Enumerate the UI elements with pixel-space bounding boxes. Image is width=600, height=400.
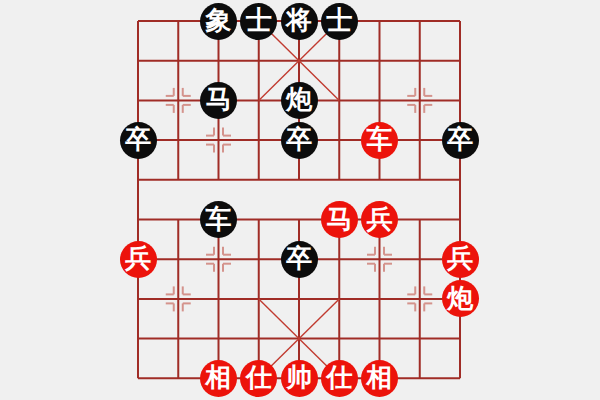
piece-glyph: 兵 bbox=[447, 245, 473, 271]
piece-glyph: 象 bbox=[206, 7, 232, 33]
piece-black-soldier[interactable]: 卒 bbox=[442, 122, 479, 159]
piece-glyph: 兵 bbox=[367, 206, 393, 232]
piece-red-horse[interactable]: 马 bbox=[321, 201, 358, 238]
piece-glyph: 卒 bbox=[286, 126, 312, 152]
piece-glyph: 车 bbox=[206, 206, 232, 232]
piece-red-chariot[interactable]: 车 bbox=[361, 122, 398, 159]
piece-red-soldier[interactable]: 兵 bbox=[120, 241, 157, 278]
piece-glyph: 马 bbox=[326, 206, 352, 232]
piece-red-soldier[interactable]: 兵 bbox=[442, 241, 479, 278]
piece-glyph: 兵 bbox=[125, 245, 151, 271]
piece-glyph: 相 bbox=[206, 364, 232, 390]
piece-black-soldier[interactable]: 卒 bbox=[281, 122, 318, 159]
piece-glyph: 卒 bbox=[286, 245, 312, 271]
piece-red-elephant[interactable]: 相 bbox=[361, 360, 398, 397]
piece-black-advisor[interactable]: 士 bbox=[240, 3, 277, 40]
piece-red-general[interactable]: 帅 bbox=[281, 360, 318, 397]
piece-glyph: 帅 bbox=[286, 364, 312, 390]
piece-red-advisor[interactable]: 仕 bbox=[240, 360, 277, 397]
piece-glyph: 炮 bbox=[447, 285, 473, 311]
piece-glyph: 卒 bbox=[447, 126, 473, 152]
piece-layer: 象士将士马炮卒卒卒车卒车马兵兵兵炮相仕帅仕相 bbox=[0, 0, 600, 400]
xiangqi-board: 象士将士马炮卒卒卒车卒车马兵兵兵炮相仕帅仕相 bbox=[0, 0, 600, 400]
piece-black-general[interactable]: 将 bbox=[281, 3, 318, 40]
piece-glyph: 仕 bbox=[326, 364, 352, 390]
piece-glyph: 士 bbox=[326, 7, 352, 33]
piece-red-soldier[interactable]: 兵 bbox=[361, 201, 398, 238]
piece-glyph: 士 bbox=[246, 7, 272, 33]
piece-glyph: 马 bbox=[206, 86, 232, 112]
piece-red-advisor[interactable]: 仕 bbox=[321, 360, 358, 397]
piece-black-soldier[interactable]: 卒 bbox=[281, 241, 318, 278]
piece-glyph: 卒 bbox=[125, 126, 151, 152]
piece-glyph: 车 bbox=[367, 126, 393, 152]
piece-black-advisor[interactable]: 士 bbox=[321, 3, 358, 40]
piece-black-soldier[interactable]: 卒 bbox=[120, 122, 157, 159]
piece-glyph: 仕 bbox=[246, 364, 272, 390]
piece-glyph: 将 bbox=[286, 7, 312, 33]
piece-black-elephant[interactable]: 象 bbox=[200, 3, 237, 40]
piece-black-chariot[interactable]: 车 bbox=[200, 201, 237, 238]
piece-red-cannon[interactable]: 炮 bbox=[442, 280, 479, 317]
piece-glyph: 炮 bbox=[286, 86, 312, 112]
piece-red-elephant[interactable]: 相 bbox=[200, 360, 237, 397]
piece-glyph: 相 bbox=[367, 364, 393, 390]
piece-black-cannon[interactable]: 炮 bbox=[281, 82, 318, 119]
piece-black-horse[interactable]: 马 bbox=[200, 82, 237, 119]
